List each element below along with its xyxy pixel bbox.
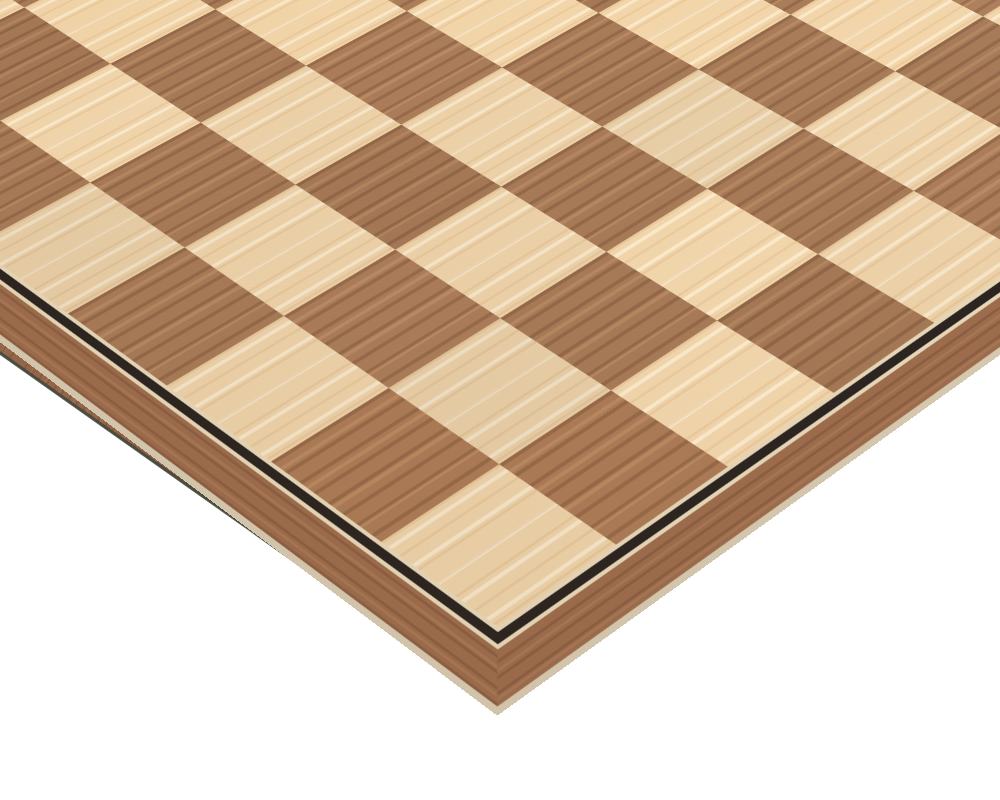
playing-field xyxy=(0,0,1000,627)
product-photo-scene xyxy=(0,0,1000,800)
chess-board xyxy=(0,0,1000,716)
